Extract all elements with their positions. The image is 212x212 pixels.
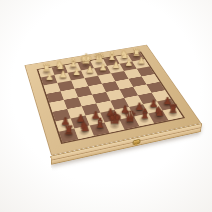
chess-board: ♜♞♝♚♛♝♞♜♟♟♟♟♟♟♟♟♟♟♟♟♟♟♟♟♜♞♝♚♛♝♞♜	[37, 51, 185, 144]
piece-white-pawn: ♟	[39, 72, 60, 81]
square-g3	[57, 81, 74, 92]
chess-set: ♜♞♝♚♛♝♞♜♟♟♟♟♟♟♟♟♟♟♟♟♟♟♟♟♜♞♝♚♛♝♞♜	[24, 45, 201, 156]
brass-clasp-icon	[133, 139, 141, 145]
board-frame: ♜♞♝♚♛♝♞♜♟♟♟♟♟♟♟♟♟♟♟♟♟♟♟♟♜♞♝♚♛♝♞♜	[24, 45, 201, 156]
square-h8: ♜	[59, 129, 78, 143]
piece-black-rook: ♜	[57, 124, 82, 136]
photo-background: ♜♞♝♚♛♝♞♜♟♟♟♟♟♟♟♟♟♟♟♟♟♟♟♟♜♞♝♚♛♝♞♜	[0, 0, 212, 212]
